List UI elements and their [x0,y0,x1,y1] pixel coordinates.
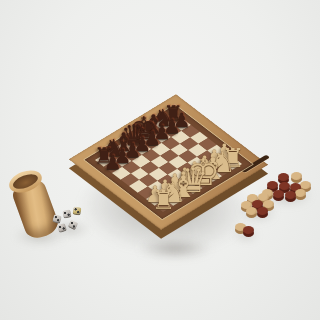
product-photo-chess-set: ♜♞♝♛♚♝♞♜♟♟♟♟♟♟♟♟♟♟♟♟♟♟♟♟♜♞♝♛♚♝♞♜ [0,0,320,320]
dice-cup [1,163,68,248]
checker-dark [243,226,254,237]
checker-dark [285,191,296,202]
checker-light [246,207,257,218]
board-corner-shadow [138,240,212,258]
checker-dark [273,190,284,201]
die-3 [72,206,81,215]
checker-light [295,189,306,200]
checker-dark [257,207,268,218]
die-2 [62,209,71,218]
